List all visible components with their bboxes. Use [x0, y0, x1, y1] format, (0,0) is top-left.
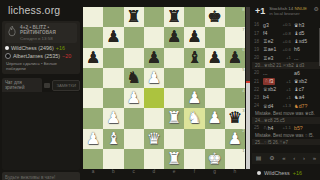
analysis-board-icon[interactable]: ▤: [256, 153, 262, 164]
move-eval: +1: [281, 55, 294, 60]
white-move[interactable]: ♖e2: [263, 38, 281, 44]
move-number: 16: [254, 22, 263, 27]
analysis-comment: Mistake. Best move was ♛c8.: [252, 110, 320, 117]
white-move[interactable]: g3: [263, 22, 281, 28]
square-g3[interactable]: ♟: [205, 108, 225, 128]
player-rating-delta: +16: [293, 170, 302, 176]
white-move[interactable]: ♘f3: [263, 78, 275, 85]
move-row: 23b4+1♞a4: [252, 93, 320, 101]
rank-coordinate: 5: [242, 68, 244, 72]
rating-delta: +16: [56, 45, 65, 51]
square-d4[interactable]: [144, 88, 164, 108]
square-d2[interactable]: ♛: [144, 129, 164, 149]
square-e8[interactable]: ♜: [164, 7, 184, 27]
analysis-variation[interactable]: 24...♛c8 25.c5: [252, 117, 320, 124]
square-f1[interactable]: [184, 149, 204, 169]
square-b8[interactable]: [103, 7, 123, 27]
square-d7[interactable]: [144, 27, 164, 47]
white-color-dot-icon: [5, 46, 9, 50]
rank-coordinate: 4: [242, 89, 244, 93]
file-coordinate: e: [164, 169, 184, 174]
rank-coordinate: 1: [242, 149, 244, 153]
white-move[interactable]: ♖ae1: [263, 46, 281, 52]
blitz-fire-icon: [8, 26, 16, 37]
square-c1[interactable]: [124, 149, 144, 169]
white-king-g1[interactable]: ♚: [207, 151, 221, 167]
move-row: 16g3+0.5♛h3: [252, 21, 320, 29]
engine-eval: +1: [255, 6, 265, 16]
eval-gauge-white-share: [246, 83, 250, 169]
rating-delta: −20: [62, 53, 71, 59]
square-e7[interactable]: ♟: [164, 27, 184, 47]
square-b4[interactable]: [103, 88, 123, 108]
chess-board[interactable]: ♜♜♚8♟♟♟7♟♟♝♟♟6♞♟5♟♟4♟♜♞♟♛3♟♝♛♟2♜♚1: [83, 7, 245, 169]
black-bishop-f6[interactable]: ♝: [187, 50, 201, 66]
white-queen-d2[interactable]: ♛: [147, 131, 161, 147]
engine-name: Stockfish 14: [269, 6, 293, 11]
square-e5[interactable]: [164, 68, 184, 88]
black-move[interactable]: b5?: [294, 125, 318, 131]
gear-icon[interactable]: ⚙: [314, 5, 319, 12]
engine-location: in local browser: [269, 11, 307, 16]
engine-header: +1 Stockfish 14 NNUE in local browser ⚙: [252, 0, 320, 19]
game-info-panel: 4+2 • BLITZ • РЕЙТИНГОВАЯ Сегодня в 13:5…: [2, 21, 80, 74]
time-control-label: 4+2 • BLITZ • РЕЙТИНГОВАЯ: [20, 25, 75, 35]
move-number: 20: [254, 70, 263, 75]
square-g5[interactable]: [205, 68, 225, 88]
move-eval: +0.6: [281, 39, 294, 44]
white-pawn-b3[interactable]: ♟: [106, 110, 120, 126]
game-date: Сегодня в 13:58: [20, 36, 75, 41]
player-name[interactable]: WildChess: [264, 170, 290, 176]
black-rook-c8[interactable]: ♜: [126, 9, 140, 25]
analysis-toolbar: ▤⚙«‹›»: [252, 153, 320, 164]
square-d6[interactable]: ♟: [144, 48, 164, 68]
analysis-variation[interactable]: 25...♘f5 26.♖e7: [252, 139, 320, 145]
square-h3[interactable]: ♛3: [225, 108, 245, 128]
white-move[interactable]: f4: [263, 30, 281, 36]
file-coordinate: f: [184, 169, 204, 174]
analysis-variation[interactable]: 20...♛xb2 21.♕xb2 ♝d3: [252, 62, 320, 69]
black-pawn-a6[interactable]: ♟: [86, 50, 100, 66]
player-name-rating[interactable]: AlbertJames (2535): [13, 53, 60, 59]
chat-header: Чат для зрителей ЗАМЕТКИ: [2, 78, 80, 92]
tab-spectator-chat[interactable]: Чат для зрителей: [2, 78, 42, 92]
square-a6[interactable]: ♟: [83, 48, 103, 68]
player-line-black[interactable]: AlbertJames (2535)−20: [5, 53, 77, 59]
square-b2[interactable]: ♝: [103, 129, 123, 149]
square-e3[interactable]: ♜: [164, 108, 184, 128]
square-d1[interactable]: [144, 149, 164, 169]
move-number: 17: [254, 31, 263, 36]
move-eval: +0.6: [281, 47, 294, 52]
square-b3[interactable]: ♟: [103, 108, 123, 128]
rank-coordinate: 8: [242, 8, 244, 12]
black-pawn-d6[interactable]: ♟: [147, 50, 161, 66]
file-coordinate: b: [103, 169, 123, 174]
square-h8[interactable]: 8: [225, 7, 245, 27]
black-move[interactable]: ♝xd5: [294, 38, 318, 44]
white-move[interactable]: ♖e3: [263, 55, 281, 61]
black-move[interactable]: ♛xb2: [294, 78, 318, 84]
square-a3[interactable]: [83, 108, 103, 128]
square-e4[interactable]: [164, 88, 184, 108]
move-row: 19♖ae1+0.6h6: [252, 45, 320, 53]
analysis-sidebar: +1 Stockfish 14 NNUE in local browser ⚙ …: [252, 0, 320, 180]
black-move[interactable]: a6: [294, 70, 318, 76]
white-move[interactable]: ♕d4: [263, 103, 281, 109]
move-row: 21♘f3+1♛xb2: [252, 77, 320, 85]
white-move[interactable]: ♘h4: [263, 125, 281, 131]
white-pawn-d5[interactable]: ♟: [147, 70, 161, 86]
black-color-dot-icon: [5, 53, 11, 59]
black-pawn-g6[interactable]: ♟: [207, 50, 221, 66]
black-queen-h3[interactable]: ♛: [228, 110, 242, 126]
square-b1[interactable]: [103, 149, 123, 169]
file-coordinate: h: [225, 169, 245, 174]
move-number: 25: [254, 125, 263, 130]
white-pawn-f4[interactable]: ♟: [187, 90, 201, 106]
move-eval: +1: [281, 87, 294, 92]
chat-toggle-icon[interactable]: [44, 83, 50, 88]
square-c3[interactable]: [124, 108, 144, 128]
file-coordinate: g: [205, 169, 225, 174]
first-move-icon[interactable]: «: [282, 153, 285, 164]
move-number: 19: [254, 47, 263, 52]
move-eval: +1: [281, 79, 294, 84]
square-a5[interactable]: [83, 68, 103, 88]
move-row: 20...a6: [252, 69, 320, 77]
black-pawn-e7[interactable]: ♟: [167, 29, 181, 45]
chat-messages: [2, 92, 80, 170]
square-h7[interactable]: 7: [225, 27, 245, 47]
engine-info: Stockfish 14 NNUE in local browser: [269, 6, 307, 17]
lichess-game-screen: lichess.org 4+2 • BLITZ • РЕЙТИНГОВАЯ Се…: [0, 0, 320, 180]
square-g6[interactable]: ♟: [205, 48, 225, 68]
white-move[interactable]: b4: [263, 94, 281, 100]
move-row: 18♖e2+0.6♝xd5: [252, 37, 320, 45]
square-h2[interactable]: ♟2: [225, 129, 245, 149]
square-f4[interactable]: ♟: [184, 88, 204, 108]
square-h5[interactable]: 5: [225, 68, 245, 88]
rank-coordinate: 6: [242, 48, 244, 52]
square-f5[interactable]: [184, 68, 204, 88]
move-row: 17f4+0.8♝d5: [252, 29, 320, 37]
square-e1[interactable]: ♜: [164, 149, 184, 169]
white-pawn-h2[interactable]: ♟: [228, 131, 242, 147]
file-coordinate: d: [144, 169, 164, 174]
square-f6[interactable]: ♝: [184, 48, 204, 68]
square-a4[interactable]: [83, 88, 103, 108]
file-coordinate: c: [124, 169, 144, 174]
square-d8[interactable]: [144, 7, 164, 27]
move-eval: +0.5: [281, 22, 294, 27]
white-bishop-b2[interactable]: ♝: [106, 131, 120, 147]
square-c8[interactable]: ♜: [124, 7, 144, 27]
white-knight-f3[interactable]: ♞: [187, 110, 201, 126]
move-number: 22: [254, 87, 263, 92]
black-rook-e8[interactable]: ♜: [167, 9, 181, 25]
black-move[interactable]: ♝d5: [294, 30, 318, 36]
eval-gauge-tick: [246, 81, 251, 83]
square-g7[interactable]: [205, 27, 225, 47]
black-king-g8[interactable]: ♚: [207, 9, 221, 25]
move-number: 20: [254, 55, 263, 60]
black-move[interactable]: ♛h3: [294, 22, 318, 28]
square-g1[interactable]: ♚: [205, 149, 225, 169]
black-pawn-h6[interactable]: ♟: [228, 50, 242, 66]
square-c7[interactable]: [124, 27, 144, 47]
last-move-icon[interactable]: »: [313, 153, 316, 164]
eval-gauge: [246, 7, 250, 169]
move-eval: +1.3: [281, 103, 294, 108]
move-number: 18: [254, 39, 263, 44]
black-knight-c5[interactable]: ♞: [126, 70, 140, 86]
square-h1[interactable]: 1: [225, 149, 245, 169]
lichess-logo[interactable]: lichess.org: [0, 0, 82, 19]
square-f2[interactable]: [184, 129, 204, 149]
prev-move-icon[interactable]: ‹: [293, 153, 295, 164]
square-e6[interactable]: [164, 48, 184, 68]
white-rook-e3[interactable]: ♜: [167, 110, 181, 126]
square-a2[interactable]: ♟: [83, 129, 103, 149]
game-result: Чёрные сдались • Белые победили: [6, 61, 77, 71]
square-f3[interactable]: ♞: [184, 108, 204, 128]
rank-coordinate: 3: [242, 109, 244, 113]
black-move[interactable]: h6: [294, 46, 318, 52]
player-result-bar: WildChess +16: [252, 167, 320, 178]
black-move[interactable]: ♞a4: [294, 94, 318, 100]
white-pawn-g3[interactable]: ♟: [207, 110, 221, 126]
white-rook-e1[interactable]: ♜: [167, 151, 181, 167]
move-list: 16g3+0.5♛h317f4+0.8♝d518♖e2+0.6♝xd519♖ae…: [252, 21, 320, 145]
square-c2[interactable]: [124, 129, 144, 149]
white-pawn-c4[interactable]: ♟: [126, 90, 140, 106]
move-eval: +0.8: [281, 31, 294, 36]
square-g2[interactable]: [205, 129, 225, 149]
square-c4[interactable]: ♟: [124, 88, 144, 108]
move-eval: +1: [281, 95, 294, 100]
square-h6[interactable]: ♟6: [225, 48, 245, 68]
square-d3[interactable]: [144, 108, 164, 128]
square-b7[interactable]: ♟: [103, 27, 123, 47]
file-coordinate: a: [83, 169, 103, 174]
players-list: WildChess (2496)+16AlbertJames (2535)−20: [5, 45, 77, 59]
square-c5[interactable]: ♞: [124, 68, 144, 88]
move-row: 22♕xb2+1♝c7: [252, 85, 320, 93]
square-f7[interactable]: ♟: [184, 27, 204, 47]
move-number: 23: [254, 95, 263, 100]
square-a8[interactable]: [83, 7, 103, 27]
move-row: 25♘h4+1.1b5?: [252, 124, 320, 132]
square-g4[interactable]: [205, 88, 225, 108]
square-a1[interactable]: [83, 149, 103, 169]
black-move[interactable]: ♝c7: [294, 86, 318, 92]
rank-coordinate: 2: [242, 129, 244, 133]
black-move[interactable]: ...: [294, 55, 318, 61]
square-c6[interactable]: [124, 48, 144, 68]
move-eval: +1.1: [281, 125, 294, 130]
engine-variant: NNUE: [294, 6, 306, 11]
square-f8[interactable]: [184, 7, 204, 27]
black-pawn-b7[interactable]: ♟: [106, 29, 120, 45]
game-meta-box: 4+2 • BLITZ • РЕЙТИНГОВАЯ Сегодня в 13:5…: [5, 23, 77, 43]
square-e2[interactable]: [164, 129, 184, 149]
tab-notes[interactable]: ЗАМЕТКИ: [52, 80, 80, 91]
square-h4[interactable]: 4: [225, 88, 245, 108]
white-move[interactable]: ...: [263, 70, 281, 76]
player-dot-icon: [257, 171, 261, 175]
player-line-white[interactable]: WildChess (2496)+16: [5, 45, 77, 51]
settings-gear-icon[interactable]: ⚙: [269, 153, 274, 164]
white-move[interactable]: ♕xb2: [263, 86, 281, 92]
rank-coordinate: 7: [242, 28, 244, 32]
player-name-rating[interactable]: WildChess (2496): [11, 45, 54, 51]
white-pawn-a2[interactable]: ♟: [86, 131, 100, 147]
move-row: 20♖e3+1...: [252, 54, 320, 62]
square-d5[interactable]: ♟: [144, 68, 164, 88]
square-a7[interactable]: [83, 27, 103, 47]
next-move-icon[interactable]: ›: [303, 153, 305, 164]
black-pawn-f7[interactable]: ♟: [187, 29, 201, 45]
square-g8[interactable]: ♚: [205, 7, 225, 27]
black-move[interactable]: ♞d7?: [294, 103, 318, 109]
file-coordinates: abcdefgh: [83, 169, 245, 174]
square-b5[interactable]: [103, 68, 123, 88]
chat-input[interactable]: Будьте вежливы в чате!: [2, 172, 80, 180]
move-row: 24♕d4+1.3♞d7?: [252, 102, 320, 110]
square-b6[interactable]: [103, 48, 123, 68]
move-number: 21: [254, 79, 263, 84]
move-number: 24: [254, 103, 263, 108]
analysis-comment: Mistake. Best move was ♘f5.: [252, 132, 320, 139]
left-panel: lichess.org 4+2 • BLITZ • РЕЙТИНГОВАЯ Се…: [0, 0, 82, 180]
